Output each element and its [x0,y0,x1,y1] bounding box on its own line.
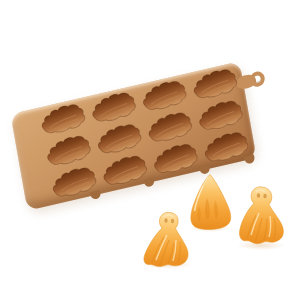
candy-ghost-3 [233,184,288,248]
ghost-eye-right [263,194,266,199]
ghost-eye-left [164,218,167,222]
ghost-eye-right [171,219,174,223]
product-photo-stage [0,0,300,300]
ghost-body [239,187,283,244]
candy-ghost-2 [186,172,233,231]
ghost-eye-left [257,193,260,198]
